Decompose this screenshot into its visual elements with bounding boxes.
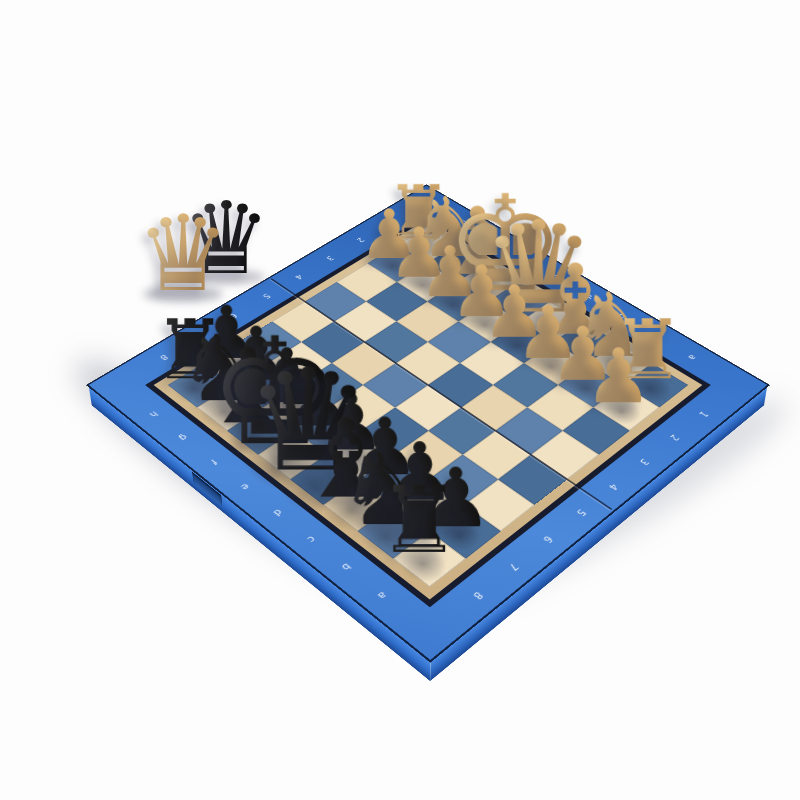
- rank-label-right-2: 2: [664, 430, 685, 444]
- scene-3d: ♜♞♝♚♛♝♞♜♟♟♟♟♟♟♟♟♟♟♟♟♟♟♟♟♜♞♝♚♛♝♞♜ 1122334…: [0, 0, 800, 800]
- file-label-bottom-a: a: [371, 586, 394, 604]
- rank-label-left-4: 4: [289, 271, 307, 283]
- rank-label-right-3: 3: [633, 454, 654, 469]
- spare-white-queen: ♛: [130, 202, 236, 307]
- piece-white-pawn-a2: ♟: [524, 338, 714, 413]
- piece-black-rook-a8: ♜: [315, 474, 524, 566]
- rank-label-right-8: 8: [466, 586, 489, 604]
- rank-label-right-5: 5: [570, 504, 592, 520]
- product-photo-stage: ♜♞♝♚♛♝♞♜♟♟♟♟♟♟♟♟♟♟♟♟♟♟♟♟♜♞♝♚♛♝♞♜ 1122334…: [0, 0, 800, 800]
- rank-label-right-4: 4: [602, 479, 623, 494]
